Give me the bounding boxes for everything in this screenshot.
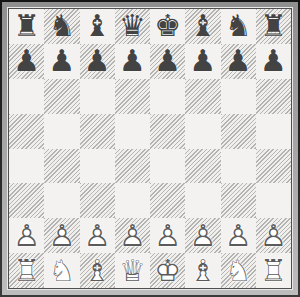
piece-outline-glyph: ♙ bbox=[48, 221, 75, 251]
piece-black-queen: ♛ bbox=[115, 9, 150, 44]
square-b1[interactable]: ♞♘ bbox=[44, 253, 79, 288]
piece-outline-glyph: ♘ bbox=[48, 256, 75, 286]
piece-glyph: ♟ bbox=[189, 46, 216, 76]
square-b4[interactable] bbox=[44, 149, 79, 184]
square-h3[interactable] bbox=[256, 183, 291, 218]
piece-white-pawn: ♟♙ bbox=[80, 218, 115, 253]
square-e4[interactable] bbox=[150, 149, 185, 184]
piece-black-pawn: ♟ bbox=[150, 44, 185, 79]
square-c4[interactable] bbox=[80, 149, 115, 184]
square-d7[interactable]: ♟ bbox=[115, 44, 150, 79]
piece-glyph: ♟ bbox=[260, 46, 287, 76]
square-f7[interactable]: ♟ bbox=[185, 44, 220, 79]
piece-black-bishop: ♝ bbox=[80, 9, 115, 44]
square-c1[interactable]: ♝♗ bbox=[80, 253, 115, 288]
board-frame-highlight: ♜♞♝♛♚♝♞♜♟♟♟♟♟♟♟♟♟♙♟♙♟♙♟♙♟♙♟♙♟♙♟♙♜♖♞♘♝♗♛♕… bbox=[7, 7, 293, 290]
square-a5[interactable] bbox=[9, 114, 44, 149]
square-g3[interactable] bbox=[221, 183, 256, 218]
square-e2[interactable]: ♟♙ bbox=[150, 218, 185, 253]
piece-white-bishop: ♝♗ bbox=[80, 253, 115, 288]
square-c5[interactable] bbox=[80, 114, 115, 149]
square-g7[interactable]: ♟ bbox=[221, 44, 256, 79]
square-e6[interactable] bbox=[150, 79, 185, 114]
square-a3[interactable] bbox=[9, 183, 44, 218]
piece-white-knight: ♞♘ bbox=[44, 253, 79, 288]
piece-white-pawn: ♟♙ bbox=[150, 218, 185, 253]
piece-white-pawn: ♟♙ bbox=[221, 218, 256, 253]
piece-glyph: ♚ bbox=[154, 11, 181, 41]
piece-white-pawn: ♟♙ bbox=[185, 218, 220, 253]
square-h5[interactable] bbox=[256, 114, 291, 149]
square-c3[interactable] bbox=[80, 183, 115, 218]
square-a1[interactable]: ♜♖ bbox=[9, 253, 44, 288]
board-frame-silver: ♜♞♝♛♚♝♞♜♟♟♟♟♟♟♟♟♟♙♟♙♟♙♟♙♟♙♟♙♟♙♟♙♜♖♞♘♝♗♛♕… bbox=[2, 2, 298, 295]
piece-black-pawn: ♟ bbox=[80, 44, 115, 79]
square-f4[interactable] bbox=[185, 149, 220, 184]
piece-black-knight: ♞ bbox=[221, 9, 256, 44]
piece-outline-glyph: ♙ bbox=[225, 221, 252, 251]
piece-outline-glyph: ♖ bbox=[13, 256, 40, 286]
piece-white-queen: ♛♕ bbox=[115, 253, 150, 288]
piece-glyph: ♞ bbox=[225, 11, 252, 41]
piece-glyph: ♟ bbox=[154, 46, 181, 76]
chessboard: ♜♞♝♛♚♝♞♜♟♟♟♟♟♟♟♟♟♙♟♙♟♙♟♙♟♙♟♙♟♙♟♙♜♖♞♘♝♗♛♕… bbox=[9, 9, 291, 288]
square-a8[interactable]: ♜ bbox=[9, 9, 44, 44]
square-h4[interactable] bbox=[256, 149, 291, 184]
square-g4[interactable] bbox=[221, 149, 256, 184]
piece-black-pawn: ♟ bbox=[115, 44, 150, 79]
piece-outline-glyph: ♙ bbox=[13, 221, 40, 251]
square-b3[interactable] bbox=[44, 183, 79, 218]
square-b2[interactable]: ♟♙ bbox=[44, 218, 79, 253]
square-f5[interactable] bbox=[185, 114, 220, 149]
square-f6[interactable] bbox=[185, 79, 220, 114]
square-h1[interactable]: ♜♖ bbox=[256, 253, 291, 288]
square-c6[interactable] bbox=[80, 79, 115, 114]
piece-outline-glyph: ♔ bbox=[154, 256, 181, 286]
piece-glyph: ♞ bbox=[48, 11, 75, 41]
square-f1[interactable]: ♝♗ bbox=[185, 253, 220, 288]
piece-white-pawn: ♟♙ bbox=[256, 218, 291, 253]
square-d8[interactable]: ♛ bbox=[115, 9, 150, 44]
piece-black-pawn: ♟ bbox=[185, 44, 220, 79]
square-f8[interactable]: ♝ bbox=[185, 9, 220, 44]
piece-black-pawn: ♟ bbox=[256, 44, 291, 79]
square-d4[interactable] bbox=[115, 149, 150, 184]
piece-glyph: ♜ bbox=[13, 11, 40, 41]
square-d3[interactable] bbox=[115, 183, 150, 218]
square-c7[interactable]: ♟ bbox=[80, 44, 115, 79]
piece-black-rook: ♜ bbox=[9, 9, 44, 44]
square-g1[interactable]: ♞♘ bbox=[221, 253, 256, 288]
square-f2[interactable]: ♟♙ bbox=[185, 218, 220, 253]
piece-outline-glyph: ♘ bbox=[225, 256, 252, 286]
square-e1[interactable]: ♚♔ bbox=[150, 253, 185, 288]
piece-glyph: ♟ bbox=[13, 46, 40, 76]
piece-white-rook: ♜♖ bbox=[9, 253, 44, 288]
piece-black-king: ♚ bbox=[150, 9, 185, 44]
piece-glyph: ♝ bbox=[189, 11, 216, 41]
piece-white-pawn: ♟♙ bbox=[44, 218, 79, 253]
board-frame-inner-line: ♜♞♝♛♚♝♞♜♟♟♟♟♟♟♟♟♟♙♟♙♟♙♟♙♟♙♟♙♟♙♟♙♜♖♞♘♝♗♛♕… bbox=[8, 8, 292, 289]
piece-white-pawn: ♟♙ bbox=[115, 218, 150, 253]
square-a6[interactable] bbox=[9, 79, 44, 114]
piece-outline-glyph: ♗ bbox=[189, 256, 216, 286]
piece-white-pawn: ♟♙ bbox=[9, 218, 44, 253]
square-d6[interactable] bbox=[115, 79, 150, 114]
piece-glyph: ♟ bbox=[48, 46, 75, 76]
square-h8[interactable]: ♜ bbox=[256, 9, 291, 44]
piece-outline-glyph: ♗ bbox=[84, 256, 111, 286]
square-c8[interactable]: ♝ bbox=[80, 9, 115, 44]
piece-white-rook: ♜♖ bbox=[256, 253, 291, 288]
piece-black-pawn: ♟ bbox=[221, 44, 256, 79]
square-g2[interactable]: ♟♙ bbox=[221, 218, 256, 253]
piece-glyph: ♟ bbox=[119, 46, 146, 76]
square-e7[interactable]: ♟ bbox=[150, 44, 185, 79]
square-b5[interactable] bbox=[44, 114, 79, 149]
square-d5[interactable] bbox=[115, 114, 150, 149]
piece-white-king: ♚♔ bbox=[150, 253, 185, 288]
piece-outline-glyph: ♙ bbox=[154, 221, 181, 251]
square-b8[interactable]: ♞ bbox=[44, 9, 79, 44]
square-g5[interactable] bbox=[221, 114, 256, 149]
square-g8[interactable]: ♞ bbox=[221, 9, 256, 44]
square-g6[interactable] bbox=[221, 79, 256, 114]
piece-outline-glyph: ♕ bbox=[119, 256, 146, 286]
square-c2[interactable]: ♟♙ bbox=[80, 218, 115, 253]
square-e5[interactable] bbox=[150, 114, 185, 149]
piece-outline-glyph: ♙ bbox=[260, 221, 287, 251]
square-a4[interactable] bbox=[9, 149, 44, 184]
piece-glyph: ♟ bbox=[225, 46, 252, 76]
board-frame-outer: ♜♞♝♛♚♝♞♜♟♟♟♟♟♟♟♟♟♙♟♙♟♙♟♙♟♙♟♙♟♙♟♙♜♖♞♘♝♗♛♕… bbox=[0, 0, 300, 297]
piece-outline-glyph: ♙ bbox=[189, 221, 216, 251]
piece-glyph: ♛ bbox=[119, 11, 146, 41]
piece-black-rook: ♜ bbox=[256, 9, 291, 44]
square-b6[interactable] bbox=[44, 79, 79, 114]
piece-glyph: ♟ bbox=[84, 46, 111, 76]
piece-outline-glyph: ♙ bbox=[119, 221, 146, 251]
piece-black-pawn: ♟ bbox=[9, 44, 44, 79]
square-a7[interactable]: ♟ bbox=[9, 44, 44, 79]
square-h6[interactable] bbox=[256, 79, 291, 114]
square-h7[interactable]: ♟ bbox=[256, 44, 291, 79]
piece-outline-glyph: ♖ bbox=[260, 256, 287, 286]
piece-outline-glyph: ♙ bbox=[84, 221, 111, 251]
piece-black-knight: ♞ bbox=[44, 9, 79, 44]
square-d1[interactable]: ♛♕ bbox=[115, 253, 150, 288]
piece-glyph: ♜ bbox=[260, 11, 287, 41]
piece-black-bishop: ♝ bbox=[185, 9, 220, 44]
piece-black-pawn: ♟ bbox=[44, 44, 79, 79]
piece-glyph: ♝ bbox=[84, 11, 111, 41]
square-h2[interactable]: ♟♙ bbox=[256, 218, 291, 253]
square-e3[interactable] bbox=[150, 183, 185, 218]
piece-white-bishop: ♝♗ bbox=[185, 253, 220, 288]
square-b7[interactable]: ♟ bbox=[44, 44, 79, 79]
square-e8[interactable]: ♚ bbox=[150, 9, 185, 44]
piece-white-knight: ♞♘ bbox=[221, 253, 256, 288]
square-d2[interactable]: ♟♙ bbox=[115, 218, 150, 253]
square-a2[interactable]: ♟♙ bbox=[9, 218, 44, 253]
square-f3[interactable] bbox=[185, 183, 220, 218]
